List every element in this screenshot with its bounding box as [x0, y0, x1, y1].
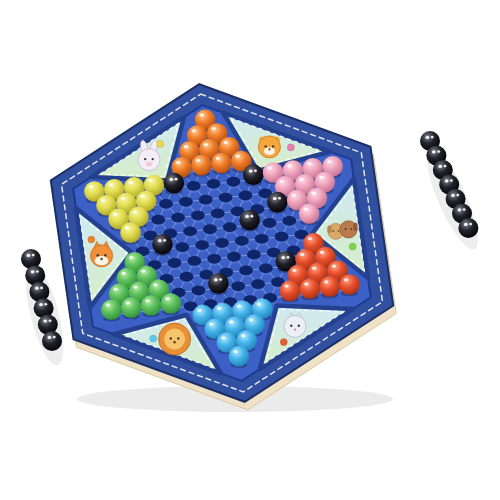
board-hole [195, 240, 209, 250]
specular-highlight [303, 207, 308, 210]
board-hole [211, 209, 225, 219]
specular-highlight [44, 303, 47, 306]
specular-highlight [257, 302, 262, 305]
specular-highlight [229, 320, 234, 323]
board-hole [168, 258, 182, 268]
board-hole [259, 263, 273, 273]
accent-ball [150, 335, 157, 342]
board-hole [207, 179, 221, 189]
specular-highlight [214, 278, 218, 281]
specular-highlight [437, 150, 440, 153]
specular-highlight [53, 336, 56, 339]
specular-highlight [89, 185, 94, 188]
animal-eye [152, 158, 154, 160]
specular-highlight [165, 297, 170, 300]
specular-highlight [158, 239, 162, 242]
board-hole [151, 215, 165, 225]
specular-highlight [35, 287, 39, 290]
specular-highlight [279, 180, 284, 183]
animal-eye [298, 325, 300, 327]
specular-highlight [145, 299, 150, 302]
specular-highlight [133, 210, 138, 213]
marble-sphere [191, 155, 212, 176]
specular-highlight [241, 334, 246, 337]
specular-highlight [235, 155, 240, 158]
marble-orange[interactable] [211, 153, 232, 175]
specular-highlight [469, 223, 472, 226]
marble-sphere [161, 293, 182, 314]
specular-highlight [32, 254, 35, 257]
board-hole [159, 199, 173, 209]
board-hole [207, 254, 221, 264]
specular-highlight [49, 319, 52, 322]
animal-eye [290, 325, 292, 327]
animal-eye [97, 254, 99, 256]
specular-highlight [249, 318, 254, 321]
specular-highlight [184, 145, 189, 148]
animal-eye [144, 158, 146, 160]
marble-sphere [101, 299, 122, 320]
specular-highlight [450, 179, 453, 182]
specular-highlight [125, 226, 130, 229]
specular-highlight [113, 287, 118, 290]
specular-highlight [128, 181, 133, 184]
specular-highlight [245, 215, 249, 218]
specular-highlight [209, 322, 214, 325]
board-hole [282, 216, 296, 226]
accent-ball [157, 140, 164, 147]
lion-illustration [159, 323, 191, 355]
animal-eye [264, 145, 266, 147]
specular-highlight [464, 223, 468, 226]
marble-green[interactable] [101, 299, 122, 321]
marble-sphere [211, 153, 232, 174]
specular-highlight [444, 165, 447, 168]
marble-black[interactable] [267, 192, 288, 214]
marble-sphere [239, 210, 260, 231]
specular-highlight [456, 194, 459, 197]
board-hole [183, 226, 197, 236]
board-hole [251, 279, 265, 289]
specular-highlight [199, 113, 204, 116]
specular-highlight [36, 270, 39, 273]
specular-highlight [109, 183, 114, 186]
specular-highlight [304, 282, 309, 285]
board-hole [191, 211, 205, 221]
specular-highlight [431, 136, 434, 139]
board-hole [215, 238, 229, 248]
board-hole [219, 193, 233, 203]
specular-highlight [163, 239, 166, 242]
specular-highlight [211, 127, 216, 130]
marble-orange[interactable] [191, 155, 212, 177]
board-hole [187, 256, 201, 266]
specular-highlight [286, 256, 289, 259]
marble-sphere [458, 218, 478, 238]
specular-highlight [106, 303, 111, 306]
marble-sphere [152, 234, 173, 255]
marble-sphere [121, 297, 142, 318]
marble-red[interactable] [319, 276, 340, 298]
animal-eye [272, 145, 274, 147]
specular-highlight [344, 278, 349, 281]
specular-highlight [332, 264, 337, 267]
specular-highlight [292, 269, 297, 272]
specular-highlight [300, 253, 305, 256]
specular-highlight [175, 178, 178, 181]
board-hole [179, 197, 193, 207]
marble-sphere [208, 273, 229, 294]
board-hole [255, 234, 269, 244]
animal-eye [177, 337, 179, 339]
animal-eye [332, 230, 334, 232]
specular-highlight [281, 256, 285, 259]
accent-ball [287, 144, 294, 151]
specular-highlight [307, 162, 312, 165]
specular-highlight [176, 161, 181, 164]
marble-black[interactable] [243, 164, 264, 186]
product-photo-stage [0, 0, 500, 500]
specular-highlight [204, 143, 209, 146]
board-hole [247, 250, 261, 260]
board-hole [203, 224, 217, 234]
specular-highlight [445, 179, 449, 182]
specular-highlight [197, 309, 202, 312]
specular-highlight [287, 164, 292, 167]
specular-highlight [299, 178, 304, 181]
marble-yellow[interactable] [120, 222, 141, 244]
board-hole [199, 195, 213, 205]
board-hole [227, 252, 241, 262]
specular-highlight [169, 178, 173, 181]
tiger-illustration [258, 136, 280, 158]
marble-sphere [243, 164, 264, 185]
specular-highlight [327, 160, 332, 163]
specular-highlight [324, 280, 329, 283]
animal-eye [338, 230, 340, 232]
specular-highlight [312, 267, 317, 270]
marble-black[interactable] [458, 218, 478, 238]
specular-highlight [43, 319, 47, 322]
marble-sphere [299, 203, 320, 224]
marble-green[interactable] [141, 295, 162, 317]
marble-blue[interactable] [229, 346, 250, 368]
animal-eye [104, 254, 106, 256]
specular-highlight [216, 157, 221, 160]
board-hole [175, 242, 189, 252]
specular-highlight [113, 213, 118, 216]
accent-ball [349, 243, 356, 250]
board-hole [239, 191, 253, 201]
specular-highlight [219, 278, 222, 281]
marble-red[interactable] [300, 278, 321, 300]
specular-highlight [129, 256, 134, 259]
marble-black[interactable] [42, 331, 62, 351]
animal-eye [170, 337, 172, 339]
specular-highlight [432, 150, 436, 153]
specular-highlight [278, 197, 281, 200]
specular-highlight [254, 169, 257, 172]
scene-canvas [0, 0, 500, 500]
specular-highlight [451, 194, 455, 197]
marble-red[interactable] [339, 274, 360, 296]
specular-highlight [320, 251, 325, 254]
board-hole [239, 266, 253, 276]
marble-black[interactable] [239, 210, 260, 232]
board-hole [275, 232, 289, 242]
specular-highlight [284, 284, 289, 287]
specular-highlight [458, 208, 462, 211]
board-hole [180, 272, 194, 282]
marble-sphere [229, 346, 250, 367]
board-hole [227, 177, 241, 187]
board-hole [192, 286, 206, 296]
specular-highlight [196, 159, 201, 162]
specular-highlight [463, 208, 466, 211]
specular-highlight [48, 336, 52, 339]
marble-pink[interactable] [299, 203, 320, 225]
specular-highlight [311, 192, 316, 195]
specular-highlight [217, 307, 222, 310]
marble-sphere [300, 278, 321, 299]
board-hole [231, 281, 245, 291]
specular-highlight [233, 350, 238, 353]
specular-highlight [308, 237, 313, 240]
specular-highlight [153, 283, 158, 286]
specular-highlight [249, 169, 253, 172]
specular-highlight [438, 165, 442, 168]
marble-sphere [120, 222, 141, 243]
specular-highlight [237, 304, 242, 307]
marble-sphere [42, 331, 62, 351]
marble-green[interactable] [121, 297, 142, 319]
marble-black[interactable] [208, 273, 229, 295]
specular-highlight [221, 336, 226, 339]
specular-highlight [125, 301, 130, 304]
specular-highlight [426, 136, 430, 139]
specular-highlight [121, 197, 126, 200]
marble-sphere [141, 295, 162, 316]
specular-highlight [192, 129, 197, 132]
specular-highlight [273, 197, 277, 200]
board-hole [187, 181, 201, 191]
specular-highlight [141, 270, 146, 273]
animal-eye [345, 228, 347, 230]
marble-sphere [164, 173, 185, 194]
specular-highlight [291, 194, 296, 197]
board-hole [171, 213, 185, 223]
specular-highlight [40, 287, 43, 290]
specular-highlight [223, 141, 228, 144]
specular-highlight [319, 176, 324, 179]
board-hole [263, 218, 277, 228]
marble-red[interactable] [280, 281, 301, 303]
marble-sphere [339, 274, 360, 295]
accent-ball [88, 236, 95, 243]
specular-highlight [31, 270, 35, 273]
black-marble-stack-right [417, 131, 487, 255]
accent-ball [280, 338, 287, 345]
animal-eye [350, 228, 352, 230]
board-hole [235, 236, 249, 246]
specular-highlight [267, 166, 272, 169]
specular-highlight [101, 199, 106, 202]
board-hole [223, 222, 237, 232]
specular-highlight [133, 285, 138, 288]
marble-sphere [267, 192, 288, 213]
marble-sphere [280, 281, 301, 302]
marble-black[interactable] [152, 234, 173, 256]
marble-green[interactable] [161, 293, 182, 315]
specular-highlight [148, 179, 153, 182]
marble-black[interactable] [164, 173, 185, 195]
specular-highlight [121, 272, 126, 275]
specular-highlight [27, 254, 31, 257]
specular-highlight [140, 195, 145, 198]
specular-highlight [39, 303, 43, 306]
marble-sphere [319, 276, 340, 297]
specular-highlight [250, 215, 253, 218]
